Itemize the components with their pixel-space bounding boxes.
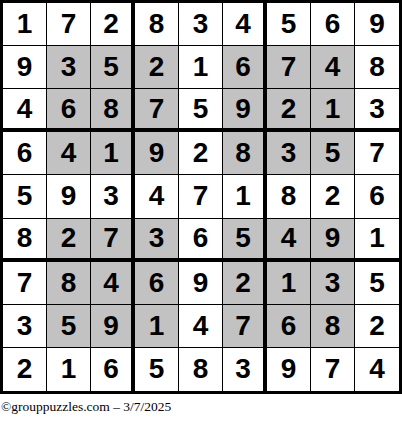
- cell-r9c4: 5: [135, 348, 179, 391]
- cell-r2c7: 7: [267, 46, 311, 89]
- cell-r1c7: 5: [267, 3, 311, 46]
- cell-r4c3: 1: [91, 132, 135, 175]
- cell-r6c1: 8: [3, 219, 47, 262]
- cell-r1c8: 6: [311, 3, 355, 46]
- cell-r7c1: 7: [3, 262, 47, 305]
- cell-r8c4: 1: [135, 305, 179, 348]
- sudoku-board: 1728345699352167484687592136419283575934…: [0, 0, 402, 394]
- cell-r5c6: 1: [223, 175, 267, 218]
- cell-r7c9: 5: [355, 262, 399, 305]
- cell-r2c8: 4: [311, 46, 355, 89]
- cell-r7c7: 1: [267, 262, 311, 305]
- cell-r5c9: 6: [355, 175, 399, 218]
- copyright-text: ©grouppuzzles.com – 3/7/2025: [1, 399, 171, 415]
- cell-r7c2: 8: [47, 262, 91, 305]
- cell-r2c3: 5: [91, 46, 135, 89]
- cell-r2c6: 6: [223, 46, 267, 89]
- cell-r8c1: 3: [3, 305, 47, 348]
- cell-r5c4: 4: [135, 175, 179, 218]
- cell-r9c3: 6: [91, 348, 135, 391]
- cell-r3c9: 3: [355, 89, 399, 132]
- cell-r4c2: 4: [47, 132, 91, 175]
- cell-r4c6: 8: [223, 132, 267, 175]
- cell-r4c4: 9: [135, 132, 179, 175]
- cell-r4c8: 5: [311, 132, 355, 175]
- cell-r5c8: 2: [311, 175, 355, 218]
- cell-r7c4: 6: [135, 262, 179, 305]
- cell-r6c3: 7: [91, 219, 135, 262]
- cell-r3c2: 6: [47, 89, 91, 132]
- cell-r4c1: 6: [3, 132, 47, 175]
- cell-r1c4: 8: [135, 3, 179, 46]
- cell-r3c7: 2: [267, 89, 311, 132]
- cell-r8c7: 6: [267, 305, 311, 348]
- cell-r2c4: 2: [135, 46, 179, 89]
- cell-r3c5: 5: [179, 89, 223, 132]
- cell-r8c2: 5: [47, 305, 91, 348]
- cell-r1c9: 9: [355, 3, 399, 46]
- cell-r9c6: 3: [223, 348, 267, 391]
- cell-r8c3: 9: [91, 305, 135, 348]
- cell-r8c9: 2: [355, 305, 399, 348]
- cell-r3c3: 8: [91, 89, 135, 132]
- cell-r1c2: 7: [47, 3, 91, 46]
- cell-r6c6: 5: [223, 219, 267, 262]
- cell-r2c9: 8: [355, 46, 399, 89]
- cell-r9c8: 7: [311, 348, 355, 391]
- cell-r4c5: 2: [179, 132, 223, 175]
- cell-r5c7: 8: [267, 175, 311, 218]
- cell-r3c8: 1: [311, 89, 355, 132]
- cell-r2c5: 1: [179, 46, 223, 89]
- cell-r5c3: 3: [91, 175, 135, 218]
- cell-r4c7: 3: [267, 132, 311, 175]
- cell-r7c8: 3: [311, 262, 355, 305]
- cell-r1c6: 4: [223, 3, 267, 46]
- cell-r2c2: 3: [47, 46, 91, 89]
- cell-r3c6: 9: [223, 89, 267, 132]
- cell-r1c5: 3: [179, 3, 223, 46]
- cell-r8c5: 4: [179, 305, 223, 348]
- cell-r2c1: 9: [3, 46, 47, 89]
- cell-r7c5: 9: [179, 262, 223, 305]
- cell-r7c6: 2: [223, 262, 267, 305]
- cell-r9c5: 8: [179, 348, 223, 391]
- cell-r6c7: 4: [267, 219, 311, 262]
- cell-r9c9: 4: [355, 348, 399, 391]
- cell-r6c8: 9: [311, 219, 355, 262]
- puzzle-page: 1728345699352167484687592136419283575934…: [0, 0, 402, 424]
- cell-r4c9: 7: [355, 132, 399, 175]
- cell-r6c2: 2: [47, 219, 91, 262]
- cell-r5c1: 5: [3, 175, 47, 218]
- cell-r5c5: 7: [179, 175, 223, 218]
- cell-r1c1: 1: [3, 3, 47, 46]
- cell-r6c4: 3: [135, 219, 179, 262]
- cell-r6c9: 1: [355, 219, 399, 262]
- cell-r9c7: 9: [267, 348, 311, 391]
- cell-r6c5: 6: [179, 219, 223, 262]
- cell-r7c3: 4: [91, 262, 135, 305]
- cell-r1c3: 2: [91, 3, 135, 46]
- cell-r8c6: 7: [223, 305, 267, 348]
- cell-r8c8: 8: [311, 305, 355, 348]
- cell-r9c1: 2: [3, 348, 47, 391]
- cell-r9c2: 1: [47, 348, 91, 391]
- cell-r3c4: 7: [135, 89, 179, 132]
- cell-r5c2: 9: [47, 175, 91, 218]
- cell-r3c1: 4: [3, 89, 47, 132]
